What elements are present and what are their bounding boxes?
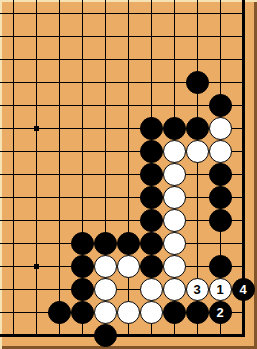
- black-stone: [140, 140, 163, 163]
- black-stone: [140, 186, 163, 209]
- white-stone: [186, 140, 209, 163]
- black-stone: [163, 301, 186, 324]
- white-stone: [163, 232, 186, 255]
- go-board: 3142: [0, 0, 257, 349]
- black-stone: [209, 186, 232, 209]
- black-stone: [71, 301, 94, 324]
- black-stone: [186, 301, 209, 324]
- white-stone: [94, 301, 117, 324]
- black-stone: [71, 278, 94, 301]
- white-stone: [163, 163, 186, 186]
- white-stone: [117, 301, 140, 324]
- black-stone: [209, 209, 232, 232]
- white-stone: [163, 209, 186, 232]
- black-stone: [209, 94, 232, 117]
- black-stone: [163, 117, 186, 140]
- white-stone: [163, 140, 186, 163]
- white-stone: [163, 255, 186, 278]
- black-stone: [209, 255, 232, 278]
- white-stone: [163, 278, 186, 301]
- black-stone-move-2: 2: [209, 301, 232, 324]
- black-stone: [71, 255, 94, 278]
- black-stone: [94, 324, 117, 347]
- black-stone: [140, 209, 163, 232]
- black-stone: [94, 232, 117, 255]
- black-stone: [140, 117, 163, 140]
- black-stone: [140, 163, 163, 186]
- stones-layer: 3142: [2, 2, 255, 347]
- white-stone: [94, 255, 117, 278]
- white-stone: [209, 117, 232, 140]
- white-stone: [163, 186, 186, 209]
- white-stone: [209, 140, 232, 163]
- white-stone: [117, 255, 140, 278]
- black-stone: [48, 301, 71, 324]
- white-stone: [94, 278, 117, 301]
- black-stone: [140, 232, 163, 255]
- black-stone: [186, 71, 209, 94]
- white-stone-move-1: 1: [209, 278, 232, 301]
- black-stone: [140, 255, 163, 278]
- black-stone: [186, 117, 209, 140]
- black-stone: [209, 163, 232, 186]
- black-stone: [117, 232, 140, 255]
- white-stone: [140, 278, 163, 301]
- white-stone-move-3: 3: [186, 278, 209, 301]
- black-stone: [71, 232, 94, 255]
- black-stone-move-4: 4: [232, 278, 255, 301]
- white-stone: [140, 301, 163, 324]
